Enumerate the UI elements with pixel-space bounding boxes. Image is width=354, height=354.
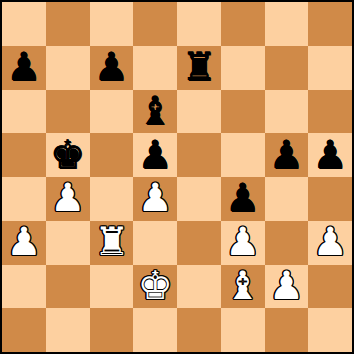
chess-board: ♟♟♜♝♚♟♟♟♟♟♟♟♜♟♟♚♝♟ — [0, 0, 354, 354]
square-d8[interactable] — [133, 2, 177, 46]
square-a6[interactable] — [2, 90, 46, 134]
square-b6[interactable] — [46, 90, 90, 134]
piece-white-pawn[interactable]: ♟ — [225, 222, 260, 261]
square-c4[interactable] — [90, 177, 134, 221]
square-e5[interactable] — [177, 133, 221, 177]
square-h4[interactable] — [308, 177, 352, 221]
square-a7[interactable]: ♟ — [2, 46, 46, 90]
square-g1[interactable] — [265, 308, 309, 352]
piece-black-pawn[interactable]: ♟ — [313, 135, 348, 174]
square-a1[interactable] — [2, 308, 46, 352]
square-f2[interactable]: ♝ — [221, 265, 265, 309]
piece-black-pawn[interactable]: ♟ — [6, 47, 41, 86]
piece-black-pawn[interactable]: ♟ — [269, 135, 304, 174]
square-g5[interactable]: ♟ — [265, 133, 309, 177]
square-h8[interactable] — [308, 2, 352, 46]
square-e1[interactable] — [177, 308, 221, 352]
square-b7[interactable] — [46, 46, 90, 90]
square-d4[interactable]: ♟ — [133, 177, 177, 221]
square-f1[interactable] — [221, 308, 265, 352]
square-g2[interactable]: ♟ — [265, 265, 309, 309]
square-d3[interactable] — [133, 221, 177, 265]
square-e3[interactable] — [177, 221, 221, 265]
square-e6[interactable] — [177, 90, 221, 134]
square-c8[interactable] — [90, 2, 134, 46]
square-c2[interactable] — [90, 265, 134, 309]
square-f4[interactable]: ♟ — [221, 177, 265, 221]
piece-white-rook[interactable]: ♜ — [94, 222, 129, 261]
square-h7[interactable] — [308, 46, 352, 90]
square-h2[interactable] — [308, 265, 352, 309]
piece-white-bishop[interactable]: ♝ — [225, 266, 260, 305]
square-d7[interactable] — [133, 46, 177, 90]
piece-black-pawn[interactable]: ♟ — [225, 178, 260, 217]
square-d2[interactable]: ♚ — [133, 265, 177, 309]
piece-black-bishop[interactable]: ♝ — [138, 91, 173, 130]
piece-white-pawn[interactable]: ♟ — [138, 178, 173, 217]
square-e2[interactable] — [177, 265, 221, 309]
square-a3[interactable]: ♟ — [2, 221, 46, 265]
piece-white-king[interactable]: ♚ — [138, 266, 173, 305]
square-c5[interactable] — [90, 133, 134, 177]
square-b8[interactable] — [46, 2, 90, 46]
piece-white-pawn[interactable]: ♟ — [269, 266, 304, 305]
piece-black-pawn[interactable]: ♟ — [138, 135, 173, 174]
square-g3[interactable] — [265, 221, 309, 265]
square-b3[interactable] — [46, 221, 90, 265]
square-d6[interactable]: ♝ — [133, 90, 177, 134]
square-a2[interactable] — [2, 265, 46, 309]
square-g4[interactable] — [265, 177, 309, 221]
square-c6[interactable] — [90, 90, 134, 134]
piece-black-king[interactable]: ♚ — [50, 135, 85, 174]
square-h5[interactable]: ♟ — [308, 133, 352, 177]
square-f7[interactable] — [221, 46, 265, 90]
square-e8[interactable] — [177, 2, 221, 46]
square-e4[interactable] — [177, 177, 221, 221]
square-h1[interactable] — [308, 308, 352, 352]
square-c7[interactable]: ♟ — [90, 46, 134, 90]
square-f8[interactable] — [221, 2, 265, 46]
square-c1[interactable] — [90, 308, 134, 352]
square-d1[interactable] — [133, 308, 177, 352]
square-f3[interactable]: ♟ — [221, 221, 265, 265]
square-b4[interactable]: ♟ — [46, 177, 90, 221]
square-g7[interactable] — [265, 46, 309, 90]
square-h3[interactable]: ♟ — [308, 221, 352, 265]
square-b1[interactable] — [46, 308, 90, 352]
square-a8[interactable] — [2, 2, 46, 46]
square-a5[interactable] — [2, 133, 46, 177]
square-a4[interactable] — [2, 177, 46, 221]
piece-white-pawn[interactable]: ♟ — [50, 178, 85, 217]
piece-white-pawn[interactable]: ♟ — [313, 222, 348, 261]
chess-diagram: ♟♟♜♝♚♟♟♟♟♟♟♟♜♟♟♚♝♟ — [0, 0, 354, 354]
piece-black-rook[interactable]: ♜ — [181, 47, 216, 86]
square-f6[interactable] — [221, 90, 265, 134]
square-f5[interactable] — [221, 133, 265, 177]
square-b2[interactable] — [46, 265, 90, 309]
square-g8[interactable] — [265, 2, 309, 46]
square-e7[interactable]: ♜ — [177, 46, 221, 90]
piece-black-pawn[interactable]: ♟ — [94, 47, 129, 86]
square-g6[interactable] — [265, 90, 309, 134]
square-h6[interactable] — [308, 90, 352, 134]
square-b5[interactable]: ♚ — [46, 133, 90, 177]
piece-white-pawn[interactable]: ♟ — [6, 222, 41, 261]
square-d5[interactable]: ♟ — [133, 133, 177, 177]
square-c3[interactable]: ♜ — [90, 221, 134, 265]
